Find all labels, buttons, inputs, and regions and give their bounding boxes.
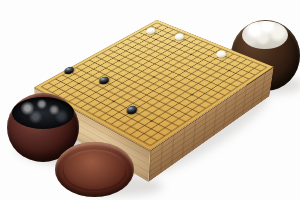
black-stone [127, 105, 138, 115]
black-stones-heap [12, 97, 74, 129]
white-stones-heap [242, 21, 288, 49]
lid-ring [62, 148, 127, 191]
go-set-photo [0, 0, 300, 200]
bowl-lid [55, 142, 134, 197]
